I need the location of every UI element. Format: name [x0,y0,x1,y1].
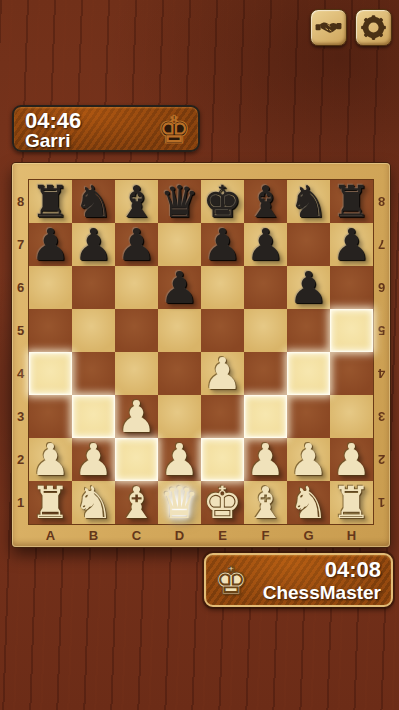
piece-white-bishop: ♝ [115,481,158,524]
square-b2[interactable]: ♟ [72,438,115,481]
piece-black-pawn: ♟ [330,223,373,266]
square-a7[interactable]: ♟ [29,223,72,266]
square-d4[interactable] [158,352,201,395]
square-c7[interactable]: ♟ [115,223,158,266]
square-e8[interactable]: ♚ [201,180,244,223]
file-label-e: E [201,524,244,547]
piece-black-pawn: ♟ [201,223,244,266]
piece-black-rook: ♜ [29,180,72,223]
square-c5[interactable] [115,309,158,352]
settings-button[interactable] [355,9,392,46]
rank-label-right-3: 3 [373,395,390,438]
white-clock: 04:08 [325,558,381,582]
piece-white-knight: ♞ [72,481,115,524]
square-e6[interactable] [201,266,244,309]
rank-label-right-1: 1 [373,481,390,524]
player-panel-white: 04:08 ChessMaster ♚ [204,553,393,607]
square-d2[interactable]: ♟ [158,438,201,481]
square-g8[interactable]: ♞ [287,180,330,223]
piece-black-bishop: ♝ [115,180,158,223]
piece-black-pawn: ♟ [115,223,158,266]
square-a1[interactable]: ♜ [29,481,72,524]
square-e2[interactable] [201,438,244,481]
rank-label-left-6: 6 [12,266,29,309]
square-h4[interactable] [330,352,373,395]
square-d1[interactable]: ♛ [158,481,201,524]
rank-label-left-2: 2 [12,438,29,481]
rank-label-right-2: 2 [373,438,390,481]
handshake-icon [315,14,342,41]
square-g5[interactable] [287,309,330,352]
square-c2[interactable] [115,438,158,481]
square-f5[interactable] [244,309,287,352]
file-label-h: H [330,524,373,547]
draw-offer-button[interactable] [310,9,347,46]
gear-icon [360,14,387,41]
square-f3[interactable] [244,395,287,438]
square-f6[interactable] [244,266,287,309]
white-player-name: ChessMaster [263,582,381,603]
piece-white-king: ♚ [201,481,244,524]
rank-label-right-6: 6 [373,266,390,309]
square-b1[interactable]: ♞ [72,481,115,524]
file-label-f: F [244,524,287,547]
square-a2[interactable]: ♟ [29,438,72,481]
square-e7[interactable]: ♟ [201,223,244,266]
square-e1[interactable]: ♚ [201,481,244,524]
rank-label-left-1: 1 [12,481,29,524]
piece-black-pawn: ♟ [244,223,287,266]
piece-white-pawn: ♟ [287,438,330,481]
square-f2[interactable]: ♟ [244,438,287,481]
square-f7[interactable]: ♟ [244,223,287,266]
square-g7[interactable] [287,223,330,266]
chess-board: ♜♞♝♛♚♝♞♜♟♟♟♟♟♟♟♟♟♟♟♟♟♟♟♟♜♞♝♛♚♝♞♜ 8877665… [12,163,390,547]
piece-white-queen: ♛ [158,481,201,524]
square-f4[interactable] [244,352,287,395]
square-g6[interactable]: ♟ [287,266,330,309]
square-a4[interactable] [29,352,72,395]
player-panel-black: 04:46 Garri ♚ [12,105,200,152]
file-label-c: C [115,524,158,547]
rank-label-right-7: 7 [373,223,390,266]
square-h2[interactable]: ♟ [330,438,373,481]
square-d6[interactable]: ♟ [158,266,201,309]
file-label-b: B [72,524,115,547]
square-a8[interactable]: ♜ [29,180,72,223]
rank-label-left-3: 3 [12,395,29,438]
piece-white-pawn: ♟ [158,438,201,481]
square-g3[interactable] [287,395,330,438]
piece-black-king: ♚ [201,180,244,223]
square-h3[interactable] [330,395,373,438]
piece-black-pawn: ♟ [29,223,72,266]
square-b5[interactable] [72,309,115,352]
piece-white-rook: ♜ [330,481,373,524]
board-squares: ♜♞♝♛♚♝♞♜♟♟♟♟♟♟♟♟♟♟♟♟♟♟♟♟♜♞♝♛♚♝♞♜ [29,180,373,524]
square-a6[interactable] [29,266,72,309]
piece-black-knight: ♞ [287,180,330,223]
piece-black-queen: ♛ [158,180,201,223]
square-a3[interactable] [29,395,72,438]
white-king-icon: ♚ [214,562,248,600]
square-c6[interactable] [115,266,158,309]
piece-white-pawn: ♟ [244,438,287,481]
square-h8[interactable]: ♜ [330,180,373,223]
square-f8[interactable]: ♝ [244,180,287,223]
square-g4[interactable] [287,352,330,395]
piece-white-pawn: ♟ [330,438,373,481]
square-g1[interactable]: ♞ [287,481,330,524]
square-a5[interactable] [29,309,72,352]
square-b6[interactable] [72,266,115,309]
square-c3[interactable]: ♟ [115,395,158,438]
chess-app-screen: 04:46 Garri ♚ ♜♞♝♛♚♝♞♜♟♟♟♟♟♟♟♟♟♟♟♟♟♟♟♟♜♞… [0,0,399,710]
square-h5[interactable] [330,309,373,352]
square-c8[interactable]: ♝ [115,180,158,223]
rank-label-right-8: 8 [373,180,390,223]
square-e4[interactable]: ♟ [201,352,244,395]
square-d3[interactable] [158,395,201,438]
file-label-d: D [158,524,201,547]
piece-white-pawn: ♟ [115,395,158,438]
square-b4[interactable] [72,352,115,395]
piece-black-rook: ♜ [330,180,373,223]
square-d5[interactable] [158,309,201,352]
rank-label-left-7: 7 [12,223,29,266]
square-c1[interactable]: ♝ [115,481,158,524]
square-f1[interactable]: ♝ [244,481,287,524]
square-c4[interactable] [115,352,158,395]
square-b8[interactable]: ♞ [72,180,115,223]
square-d7[interactable] [158,223,201,266]
square-d8[interactable]: ♛ [158,180,201,223]
rank-label-right-5: 5 [373,309,390,352]
piece-black-pawn: ♟ [287,266,330,309]
square-h1[interactable]: ♜ [330,481,373,524]
piece-white-pawn: ♟ [72,438,115,481]
piece-white-knight: ♞ [287,481,330,524]
square-h6[interactable] [330,266,373,309]
piece-black-pawn: ♟ [72,223,115,266]
file-label-a: A [29,524,72,547]
black-king-icon: ♚ [157,111,191,149]
square-e5[interactable] [201,309,244,352]
piece-white-bishop: ♝ [244,481,287,524]
square-b7[interactable]: ♟ [72,223,115,266]
piece-black-pawn: ♟ [158,266,201,309]
file-label-g: G [287,524,330,547]
square-e3[interactable] [201,395,244,438]
piece-white-pawn: ♟ [29,438,72,481]
piece-white-pawn: ♟ [201,352,244,395]
rank-label-left-5: 5 [12,309,29,352]
piece-white-rook: ♜ [29,481,72,524]
square-g2[interactable]: ♟ [287,438,330,481]
piece-black-knight: ♞ [72,180,115,223]
square-h7[interactable]: ♟ [330,223,373,266]
black-player-name: Garri [25,130,70,151]
square-b3[interactable] [72,395,115,438]
rank-label-left-4: 4 [12,352,29,395]
rank-label-left-8: 8 [12,180,29,223]
rank-label-right-4: 4 [373,352,390,395]
piece-black-bishop: ♝ [244,180,287,223]
